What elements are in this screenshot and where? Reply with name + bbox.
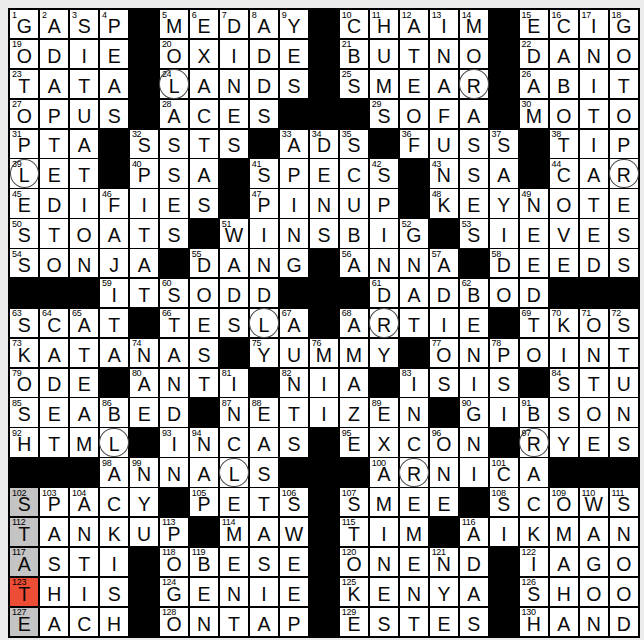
cell-r7c5[interactable]: I	[130, 189, 158, 217]
cell-r8c5[interactable]: T	[130, 219, 158, 247]
cell-r12c10[interactable]: U	[280, 339, 308, 367]
cell-r19c21[interactable]: O	[610, 548, 638, 576]
cell-r2c7[interactable]: X	[190, 40, 218, 68]
cell-r4c1[interactable]: 27O	[10, 100, 38, 128]
cell-r7c15[interactable]: 48K	[430, 189, 458, 217]
cell-r2c3[interactable]: I	[70, 40, 98, 68]
cell-r17c2[interactable]: 103P	[40, 488, 68, 516]
cell-r20c13[interactable]: E	[370, 578, 398, 606]
cell-r6c5[interactable]: 40P	[130, 159, 158, 187]
cell-r5c19[interactable]: 38T	[550, 130, 578, 158]
cell-r21c1[interactable]: 127E	[10, 608, 38, 636]
cell-r14c2[interactable]: E	[40, 398, 68, 426]
cell-r14c5[interactable]: E	[130, 398, 158, 426]
cell-r7c13[interactable]: P	[370, 189, 398, 217]
cell-r9c3[interactable]: N	[70, 249, 98, 277]
cell-r15c2[interactable]: T	[40, 428, 68, 456]
cell-r9c17[interactable]: 58D	[490, 249, 518, 277]
cell-r3c20[interactable]: I	[580, 70, 608, 98]
cell-r14c3[interactable]: A	[70, 398, 98, 426]
cell-r10c9[interactable]: D	[250, 279, 278, 307]
cell-r4c21[interactable]: O	[610, 100, 638, 128]
cell-r1c2[interactable]: 2A	[40, 10, 68, 38]
cell-r11c9[interactable]: L	[250, 309, 278, 337]
cell-r13c17[interactable]: S	[490, 369, 518, 397]
cell-r19c7[interactable]: 119B	[190, 548, 218, 576]
cell-r3c3[interactable]: T	[70, 70, 98, 98]
cell-r6c7[interactable]: A	[190, 159, 218, 187]
cell-r6c11[interactable]: E	[310, 159, 338, 187]
cell-r12c15[interactable]: 77O	[430, 339, 458, 367]
cell-r7c6[interactable]: E	[160, 189, 188, 217]
cell-r9c9[interactable]: N	[250, 249, 278, 277]
cell-r15c10[interactable]: S	[280, 428, 308, 456]
cell-r2c21[interactable]: O	[610, 40, 638, 68]
cell-r21c6[interactable]: 128O	[160, 608, 188, 636]
cell-r20c1[interactable]: 123T	[10, 578, 38, 606]
cell-r5c21[interactable]: P	[610, 130, 638, 158]
cell-r5c16[interactable]: S	[460, 130, 488, 158]
cell-r2c8[interactable]: I	[220, 40, 248, 68]
cell-r1c20[interactable]: 17I	[580, 10, 608, 38]
cell-r8c12[interactable]: B	[340, 219, 368, 247]
cell-r13c15[interactable]: S	[430, 369, 458, 397]
cell-r20c3[interactable]: I	[70, 578, 98, 606]
cell-r9c7[interactable]: 55D	[190, 249, 218, 277]
cell-r9c8[interactable]: A	[220, 249, 248, 277]
cell-r17c18[interactable]: C	[520, 488, 548, 516]
cell-r9c18[interactable]: E	[520, 249, 548, 277]
cell-r16c16[interactable]: I	[460, 458, 488, 486]
cell-r21c14[interactable]: T	[400, 608, 428, 636]
cell-r10c4[interactable]: 59I	[100, 279, 128, 307]
cell-r12c4[interactable]: A	[100, 339, 128, 367]
cell-r20c12[interactable]: 125K	[340, 578, 368, 606]
cell-r21c9[interactable]: A	[250, 608, 278, 636]
cell-r8c11[interactable]: S	[310, 219, 338, 247]
cell-r20c2[interactable]: H	[40, 578, 68, 606]
cell-r6c6[interactable]: S	[160, 159, 188, 187]
cell-r17c3[interactable]: 104A	[70, 488, 98, 516]
cell-r2c4[interactable]: E	[100, 40, 128, 68]
cell-r11c15[interactable]: I	[430, 309, 458, 337]
cell-r8c14[interactable]: 52G	[400, 219, 428, 247]
cell-r10c16[interactable]: 62B	[460, 279, 488, 307]
cell-r20c10[interactable]: E	[280, 578, 308, 606]
cell-r13c12[interactable]: A	[340, 369, 368, 397]
cell-r19c3[interactable]: T	[70, 548, 98, 576]
cell-r1c16[interactable]: 14M	[460, 10, 488, 38]
cell-r7c9[interactable]: 47P	[250, 189, 278, 217]
cell-r18c3[interactable]: N	[70, 518, 98, 546]
cell-r13c14[interactable]: 83I	[400, 369, 428, 397]
cell-r4c3[interactable]: U	[70, 100, 98, 128]
cell-r5c15[interactable]: U	[430, 130, 458, 158]
cell-r21c21[interactable]: D	[610, 608, 638, 636]
cell-r5c11[interactable]: 34D	[310, 130, 338, 158]
cell-r8c10[interactable]: N	[280, 219, 308, 247]
cell-r5c8[interactable]: S	[220, 130, 248, 158]
cell-r2c10[interactable]: E	[280, 40, 308, 68]
cell-r17c4[interactable]: C	[100, 488, 128, 516]
cell-r3c10[interactable]: S	[280, 70, 308, 98]
cell-r6c13[interactable]: 42S	[370, 159, 398, 187]
cell-r2c1[interactable]: 19O	[10, 40, 38, 68]
cell-r14c16[interactable]: 90G	[460, 398, 488, 426]
cell-r12c12[interactable]: M	[340, 339, 368, 367]
cell-r6c10[interactable]: P	[280, 159, 308, 187]
cell-r15c18[interactable]: 97R	[520, 428, 548, 456]
cell-r13c3[interactable]: E	[70, 369, 98, 397]
cell-r8c17[interactable]: I	[490, 219, 518, 247]
cell-r5c3[interactable]: A	[70, 130, 98, 158]
cell-r20c6[interactable]: 124G	[160, 578, 188, 606]
cell-r16c15[interactable]: N	[430, 458, 458, 486]
cell-r10c17[interactable]: O	[490, 279, 518, 307]
cell-r15c8[interactable]: C	[220, 428, 248, 456]
cell-r12c7[interactable]: S	[190, 339, 218, 367]
cell-r6c3[interactable]: T	[70, 159, 98, 187]
cell-r16c6[interactable]: N	[160, 458, 188, 486]
cell-r10c5[interactable]: T	[130, 279, 158, 307]
cell-r13c6[interactable]: N	[160, 369, 188, 397]
cell-r4c6[interactable]: 28A	[160, 100, 188, 128]
cell-r4c9[interactable]: S	[250, 100, 278, 128]
cell-r8c9[interactable]: I	[250, 219, 278, 247]
cell-r19c19[interactable]: A	[550, 548, 578, 576]
cell-r7c16[interactable]: E	[460, 189, 488, 217]
cell-r7c20[interactable]: T	[580, 189, 608, 217]
cell-r12c18[interactable]: O	[520, 339, 548, 367]
cell-r17c1[interactable]: 102S	[10, 488, 38, 516]
cell-r2c20[interactable]: N	[580, 40, 608, 68]
cell-r21c19[interactable]: A	[550, 608, 578, 636]
cell-r20c21[interactable]: O	[610, 578, 638, 606]
cell-r14c13[interactable]: 89E	[370, 398, 398, 426]
cell-r17c8[interactable]: E	[220, 488, 248, 516]
cell-r15c4[interactable]: L	[100, 428, 128, 456]
cell-r12c1[interactable]: 73K	[10, 339, 38, 367]
cell-r1c9[interactable]: 8A	[250, 10, 278, 38]
cell-r12c13[interactable]: Y	[370, 339, 398, 367]
cell-r14c6[interactable]: D	[160, 398, 188, 426]
cell-r10c8[interactable]: D	[220, 279, 248, 307]
cell-r17c20[interactable]: 110W	[580, 488, 608, 516]
cell-r17c17[interactable]: 108S	[490, 488, 518, 516]
cell-r5c17[interactable]: 37S	[490, 130, 518, 158]
cell-r17c19[interactable]: 109O	[550, 488, 578, 516]
cell-r4c2[interactable]: P	[40, 100, 68, 128]
cell-r11c6[interactable]: 66T	[160, 309, 188, 337]
cell-r7c19[interactable]: O	[550, 189, 578, 217]
cell-r21c3[interactable]: C	[70, 608, 98, 636]
cell-r12c3[interactable]: T	[70, 339, 98, 367]
cell-r14c21[interactable]: N	[610, 398, 638, 426]
cell-r3c21[interactable]: T	[610, 70, 638, 98]
cell-r18c16[interactable]: 116A	[460, 518, 488, 546]
cell-r4c20[interactable]: T	[580, 100, 608, 128]
cell-r11c20[interactable]: 71O	[580, 309, 608, 337]
cell-r11c10[interactable]: 67A	[280, 309, 308, 337]
cell-r5c5[interactable]: 32S	[130, 130, 158, 158]
cell-r18c8[interactable]: 114M	[220, 518, 248, 546]
cell-r17c10[interactable]: 106S	[280, 488, 308, 516]
cell-r7c1[interactable]: 45E	[10, 189, 38, 217]
cell-r11c4[interactable]: T	[100, 309, 128, 337]
cell-r10c15[interactable]: D	[430, 279, 458, 307]
cell-r3c19[interactable]: B	[550, 70, 578, 98]
cell-r13c10[interactable]: 82N	[280, 369, 308, 397]
cell-r13c20[interactable]: T	[580, 369, 608, 397]
cell-r15c16[interactable]: N	[460, 428, 488, 456]
cell-r11c2[interactable]: 64C	[40, 309, 68, 337]
cell-r3c14[interactable]: E	[400, 70, 428, 98]
cell-r3c7[interactable]: A	[190, 70, 218, 98]
cell-r11c12[interactable]: 68A	[340, 309, 368, 337]
cell-r3c4[interactable]: A	[100, 70, 128, 98]
cell-r18c20[interactable]: A	[580, 518, 608, 546]
cell-r8c8[interactable]: 51W	[220, 219, 248, 247]
cell-r16c8[interactable]: L	[220, 458, 248, 486]
cell-r17c21[interactable]: 111S	[610, 488, 638, 516]
cell-r12c20[interactable]: N	[580, 339, 608, 367]
cell-r21c18[interactable]: 130H	[520, 608, 548, 636]
cell-r18c12[interactable]: 115T	[340, 518, 368, 546]
cell-r15c12[interactable]: 95E	[340, 428, 368, 456]
cell-r20c9[interactable]: I	[250, 578, 278, 606]
cell-r14c4[interactable]: 86B	[100, 398, 128, 426]
cell-r13c5[interactable]: 80A	[130, 369, 158, 397]
cell-r8c18[interactable]: E	[520, 219, 548, 247]
cell-r9c20[interactable]: D	[580, 249, 608, 277]
cell-r15c15[interactable]: 96O	[430, 428, 458, 456]
cell-r15c3[interactable]: M	[70, 428, 98, 456]
cell-r17c14[interactable]: E	[400, 488, 428, 516]
cell-r21c7[interactable]: N	[190, 608, 218, 636]
cell-r7c11[interactable]: N	[310, 189, 338, 217]
cell-r2c9[interactable]: D	[250, 40, 278, 68]
cell-r6c9[interactable]: 41S	[250, 159, 278, 187]
cell-r3c1[interactable]: 23T	[10, 70, 38, 98]
cell-r19c2[interactable]: S	[40, 548, 68, 576]
cell-r21c4[interactable]: H	[100, 608, 128, 636]
cell-r18c4[interactable]: K	[100, 518, 128, 546]
cell-r11c8[interactable]: S	[220, 309, 248, 337]
cell-r5c6[interactable]: S	[160, 130, 188, 158]
cell-r4c18[interactable]: 30M	[520, 100, 548, 128]
cell-r10c7[interactable]: O	[190, 279, 218, 307]
cell-r4c14[interactable]: O	[400, 100, 428, 128]
cell-r9c10[interactable]: G	[280, 249, 308, 277]
cell-r15c13[interactable]: X	[370, 428, 398, 456]
cell-r6c12[interactable]: C	[340, 159, 368, 187]
cell-r20c14[interactable]: N	[400, 578, 428, 606]
cell-r20c18[interactable]: 126S	[520, 578, 548, 606]
cell-r20c7[interactable]: E	[190, 578, 218, 606]
cell-r7c12[interactable]: U	[340, 189, 368, 217]
cell-r16c9[interactable]: S	[250, 458, 278, 486]
cell-r20c15[interactable]: Y	[430, 578, 458, 606]
cell-r11c14[interactable]: T	[400, 309, 428, 337]
cell-r12c21[interactable]: T	[610, 339, 638, 367]
cell-r2c19[interactable]: A	[550, 40, 578, 68]
cell-r13c1[interactable]: 79O	[10, 369, 38, 397]
cell-r6c20[interactable]: A	[580, 159, 608, 187]
cell-r17c12[interactable]: 107S	[340, 488, 368, 516]
cell-r11c13[interactable]: R	[370, 309, 398, 337]
cell-r18c1[interactable]: 112T	[10, 518, 38, 546]
cell-r10c13[interactable]: 61D	[370, 279, 398, 307]
cell-r8c20[interactable]: E	[580, 219, 608, 247]
cell-r21c2[interactable]: A	[40, 608, 68, 636]
cell-r7c10[interactable]: I	[280, 189, 308, 217]
cell-r15c6[interactable]: 93I	[160, 428, 188, 456]
cell-r3c9[interactable]: D	[250, 70, 278, 98]
cell-r1c3[interactable]: 3S	[70, 10, 98, 38]
cell-r7c3[interactable]: I	[70, 189, 98, 217]
cell-r3c8[interactable]: N	[220, 70, 248, 98]
cell-r4c4[interactable]: S	[100, 100, 128, 128]
cell-r1c19[interactable]: 16C	[550, 10, 578, 38]
cell-r8c21[interactable]: S	[610, 219, 638, 247]
cell-r1c4[interactable]: 4P	[100, 10, 128, 38]
cell-r1c7[interactable]: 6E	[190, 10, 218, 38]
cell-r10c14[interactable]: A	[400, 279, 428, 307]
cell-r11c7[interactable]: E	[190, 309, 218, 337]
cell-r3c6[interactable]: 24L	[160, 70, 188, 98]
cell-r15c9[interactable]: A	[250, 428, 278, 456]
cell-r8c1[interactable]: 50S	[10, 219, 38, 247]
cell-r6c15[interactable]: 43N	[430, 159, 458, 187]
cell-r2c12[interactable]: 21B	[340, 40, 368, 68]
cell-r13c11[interactable]: I	[310, 369, 338, 397]
cell-r18c13[interactable]: I	[370, 518, 398, 546]
cell-r15c19[interactable]: Y	[550, 428, 578, 456]
cell-r17c5[interactable]: Y	[130, 488, 158, 516]
cell-r8c19[interactable]: V	[550, 219, 578, 247]
cell-r19c10[interactable]: E	[280, 548, 308, 576]
cell-r20c8[interactable]: N	[220, 578, 248, 606]
cell-r9c5[interactable]: A	[130, 249, 158, 277]
cell-r1c15[interactable]: 13I	[430, 10, 458, 38]
cell-r12c9[interactable]: 75Y	[250, 339, 278, 367]
cell-r7c7[interactable]: S	[190, 189, 218, 217]
cell-r19c4[interactable]: I	[100, 548, 128, 576]
cell-r19c14[interactable]: E	[400, 548, 428, 576]
cell-r12c5[interactable]: 74N	[130, 339, 158, 367]
cell-r21c16[interactable]: S	[460, 608, 488, 636]
cell-r20c19[interactable]: H	[550, 578, 578, 606]
cell-r6c17[interactable]: A	[490, 159, 518, 187]
cell-r7c17[interactable]: Y	[490, 189, 518, 217]
cell-r5c20[interactable]: I	[580, 130, 608, 158]
cell-r13c19[interactable]: 84S	[550, 369, 578, 397]
cell-r19c15[interactable]: 121N	[430, 548, 458, 576]
cell-r11c18[interactable]: 69T	[520, 309, 548, 337]
cell-r19c13[interactable]: N	[370, 548, 398, 576]
cell-r2c14[interactable]: T	[400, 40, 428, 68]
cell-r12c19[interactable]: I	[550, 339, 578, 367]
cell-r1c6[interactable]: 5M	[160, 10, 188, 38]
cell-r11c3[interactable]: 65A	[70, 309, 98, 337]
cell-r1c14[interactable]: 12A	[400, 10, 428, 38]
cell-r1c18[interactable]: 15E	[520, 10, 548, 38]
cell-r8c2[interactable]: T	[40, 219, 68, 247]
cell-r21c10[interactable]: P	[280, 608, 308, 636]
cell-r4c8[interactable]: E	[220, 100, 248, 128]
cell-r19c9[interactable]: S	[250, 548, 278, 576]
cell-r3c18[interactable]: 26A	[520, 70, 548, 98]
cell-r6c1[interactable]: 39L	[10, 159, 38, 187]
cell-r1c21[interactable]: 18G	[610, 10, 638, 38]
cell-r13c21[interactable]: U	[610, 369, 638, 397]
cell-r12c16[interactable]: N	[460, 339, 488, 367]
cell-r9c19[interactable]: E	[550, 249, 578, 277]
cell-r19c16[interactable]: D	[460, 548, 488, 576]
cell-r13c8[interactable]: 81I	[220, 369, 248, 397]
cell-r12c11[interactable]: 76M	[310, 339, 338, 367]
cell-r17c9[interactable]: T	[250, 488, 278, 516]
cell-r2c16[interactable]: O	[460, 40, 488, 68]
cell-r19c20[interactable]: G	[580, 548, 608, 576]
cell-r14c20[interactable]: O	[580, 398, 608, 426]
cell-r16c5[interactable]: 99N	[130, 458, 158, 486]
cell-r14c9[interactable]: 88E	[250, 398, 278, 426]
cell-r10c6[interactable]: 60S	[160, 279, 188, 307]
cell-r9c4[interactable]: J	[100, 249, 128, 277]
cell-r12c6[interactable]: A	[160, 339, 188, 367]
cell-r18c6[interactable]: 113P	[160, 518, 188, 546]
cell-r5c12[interactable]: 35S	[340, 130, 368, 158]
cell-r5c7[interactable]: T	[190, 130, 218, 158]
cell-r7c21[interactable]: E	[610, 189, 638, 217]
cell-r13c7[interactable]: T	[190, 369, 218, 397]
cell-r16c4[interactable]: 98A	[100, 458, 128, 486]
cell-r9c1[interactable]: 54S	[10, 249, 38, 277]
cell-r6c21[interactable]: R	[610, 159, 638, 187]
cell-r9c21[interactable]: S	[610, 249, 638, 277]
cell-r19c12[interactable]: 120O	[340, 548, 368, 576]
cell-r2c15[interactable]: N	[430, 40, 458, 68]
cell-r16c17[interactable]: 101C	[490, 458, 518, 486]
cell-r1c12[interactable]: 10C	[340, 10, 368, 38]
cell-r15c1[interactable]: 92H	[10, 428, 38, 456]
cell-r17c7[interactable]: 105P	[190, 488, 218, 516]
cell-r3c2[interactable]: A	[40, 70, 68, 98]
cell-r20c4[interactable]: S	[100, 578, 128, 606]
cell-r14c8[interactable]: 87N	[220, 398, 248, 426]
cell-r14c12[interactable]: Z	[340, 398, 368, 426]
cell-r3c12[interactable]: 25S	[340, 70, 368, 98]
cell-r20c16[interactable]: A	[460, 578, 488, 606]
cell-r16c14[interactable]: R	[400, 458, 428, 486]
cell-r7c2[interactable]: D	[40, 189, 68, 217]
cell-r14c19[interactable]: S	[550, 398, 578, 426]
cell-r1c13[interactable]: 11H	[370, 10, 398, 38]
cell-r19c8[interactable]: E	[220, 548, 248, 576]
cell-r8c13[interactable]: I	[370, 219, 398, 247]
cell-r18c9[interactable]: A	[250, 518, 278, 546]
cell-r8c6[interactable]: S	[160, 219, 188, 247]
cell-r17c15[interactable]: E	[430, 488, 458, 516]
cell-r15c7[interactable]: 94N	[190, 428, 218, 456]
cell-r21c15[interactable]: E	[430, 608, 458, 636]
cell-r21c12[interactable]: 129E	[340, 608, 368, 636]
cell-r6c19[interactable]: 44C	[550, 159, 578, 187]
cell-r4c15[interactable]: F	[430, 100, 458, 128]
cell-r9c15[interactable]: 57A	[430, 249, 458, 277]
cell-r11c21[interactable]: 72S	[610, 309, 638, 337]
